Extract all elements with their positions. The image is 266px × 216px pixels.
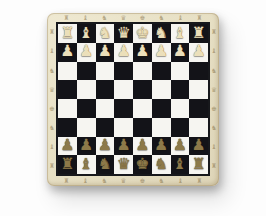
- square-a6[interactable]: [58, 62, 77, 81]
- frame-marks-left: ♜♝♞♛♚♞♝♜: [48, 23, 56, 176]
- white-king: ♚: [135, 156, 149, 172]
- square-b7[interactable]: ♟: [77, 43, 96, 62]
- square-d8[interactable]: ♛: [114, 24, 133, 43]
- frame-mark-icon: ♜: [49, 29, 55, 36]
- frame-mark-icon: ♚: [211, 106, 217, 113]
- square-f7[interactable]: ♟: [152, 43, 171, 62]
- square-f3[interactable]: [152, 118, 171, 137]
- white-pawn: ♟: [154, 138, 168, 154]
- square-b5[interactable]: [77, 80, 96, 99]
- black-knight: ♞: [154, 25, 168, 41]
- frame-marks-bottom: ♜♝♞♛♚♞♝♜: [57, 177, 209, 185]
- square-g1[interactable]: ♝: [171, 155, 190, 174]
- square-g7[interactable]: ♟: [171, 43, 190, 62]
- frame-mark-icon: ♜: [49, 163, 55, 170]
- square-c5[interactable]: [96, 80, 115, 99]
- square-d7[interactable]: ♟: [114, 43, 133, 62]
- frame-mark-icon: ♞: [102, 178, 108, 185]
- black-knight: ♞: [98, 25, 112, 41]
- square-d4[interactable]: [114, 99, 133, 118]
- frame-mark-icon: ♜: [211, 163, 217, 170]
- frame-mark-icon: ♝: [49, 144, 55, 151]
- square-f1[interactable]: ♞: [152, 155, 171, 174]
- square-h3[interactable]: [189, 118, 208, 137]
- black-pawn: ♟: [192, 44, 206, 60]
- square-c3[interactable]: [96, 118, 115, 137]
- square-c1[interactable]: ♞: [96, 155, 115, 174]
- square-c8[interactable]: ♞: [96, 24, 115, 43]
- square-d1[interactable]: ♛: [114, 155, 133, 174]
- frame-mark-icon: ♝: [211, 144, 217, 151]
- square-d3[interactable]: [114, 118, 133, 137]
- square-g8[interactable]: ♝: [171, 24, 190, 43]
- frame-mark-icon: ♜: [64, 178, 70, 185]
- square-d5[interactable]: [114, 80, 133, 99]
- square-e3[interactable]: [133, 118, 152, 137]
- frame-mark-icon: ♝: [83, 178, 89, 185]
- square-b6[interactable]: [77, 62, 96, 81]
- square-b4[interactable]: [77, 99, 96, 118]
- frame-mark-icon: ♚: [49, 106, 55, 113]
- square-f6[interactable]: [152, 62, 171, 81]
- square-g5[interactable]: [171, 80, 190, 99]
- white-bishop: ♝: [173, 156, 187, 172]
- square-c2[interactable]: ♟: [96, 137, 115, 156]
- frame-mark-icon: ♜: [197, 15, 203, 22]
- white-queen: ♛: [117, 156, 131, 172]
- black-rook: ♜: [60, 25, 74, 41]
- black-pawn: ♟: [154, 44, 168, 60]
- square-a4[interactable]: [58, 99, 77, 118]
- frame-mark-icon: ♞: [211, 125, 217, 132]
- black-king: ♚: [135, 25, 149, 41]
- square-h8[interactable]: ♜: [189, 24, 208, 43]
- white-knight: ♞: [154, 156, 168, 172]
- frame-marks-right: ♜♝♞♛♚♞♝♜: [210, 23, 218, 176]
- square-c7[interactable]: ♟: [96, 43, 115, 62]
- frame-mark-icon: ♝: [211, 48, 217, 55]
- square-d6[interactable]: [114, 62, 133, 81]
- white-rook: ♜: [60, 156, 74, 172]
- frame-mark-icon: ♜: [64, 15, 70, 22]
- frame-mark-icon: ♚: [140, 15, 146, 22]
- black-pawn: ♟: [60, 44, 74, 60]
- board-frame: ♜♝♞♛♚♞♝♜ ♜♝♞♛♚♞♝♜ ♜♝♞♛♚♞♝♜ ♜♝♞♛♚♞♝♜ ♜♝♞♛…: [47, 13, 219, 186]
- frame-mark-icon: ♚: [140, 178, 146, 185]
- frame-mark-icon: ♝: [178, 15, 184, 22]
- frame-mark-icon: ♛: [49, 87, 55, 94]
- chess-set-photo: ♜♝♞♛♚♞♝♜ ♜♝♞♛♚♞♝♜ ♜♝♞♛♚♞♝♜ ♜♝♞♛♚♞♝♜ ♜♝♞♛…: [47, 13, 219, 186]
- square-a5[interactable]: [58, 80, 77, 99]
- frame-mark-icon: ♜: [211, 29, 217, 36]
- frame-mark-icon: ♞: [102, 15, 108, 22]
- frame-mark-icon: ♞: [159, 178, 165, 185]
- white-rook: ♜: [192, 156, 206, 172]
- white-pawn: ♟: [98, 138, 112, 154]
- square-h1[interactable]: ♜: [189, 155, 208, 174]
- square-g3[interactable]: [171, 118, 190, 137]
- frame-mark-icon: ♞: [159, 15, 165, 22]
- chessboard: ♜♝♞♛♚♞♝♜♟♟♟♟♟♟♟♟♟♟♟♟♟♟♟♟♜♝♞♛♚♞♝♜: [56, 22, 210, 176]
- square-e6[interactable]: [133, 62, 152, 81]
- square-a3[interactable]: [58, 118, 77, 137]
- square-h7[interactable]: ♟: [189, 43, 208, 62]
- square-c4[interactable]: [96, 99, 115, 118]
- black-pawn: ♟: [117, 44, 131, 60]
- square-e2[interactable]: ♟: [133, 137, 152, 156]
- frame-mark-icon: ♞: [49, 68, 55, 75]
- square-e1[interactable]: ♚: [133, 155, 152, 174]
- white-pawn: ♟: [60, 138, 74, 154]
- frame-mark-icon: ♝: [49, 48, 55, 55]
- white-pawn: ♟: [79, 138, 93, 154]
- frame-marks-top: ♜♝♞♛♚♞♝♜: [57, 14, 209, 22]
- square-a8[interactable]: ♜: [58, 24, 77, 43]
- square-b2[interactable]: ♟: [77, 137, 96, 156]
- frame-mark-icon: ♞: [49, 125, 55, 132]
- frame-mark-icon: ♞: [211, 68, 217, 75]
- square-f5[interactable]: [152, 80, 171, 99]
- square-d2[interactable]: ♟: [114, 137, 133, 156]
- square-h4[interactable]: [189, 99, 208, 118]
- square-h6[interactable]: [189, 62, 208, 81]
- square-c6[interactable]: [96, 62, 115, 81]
- black-pawn: ♟: [173, 44, 187, 60]
- square-h2[interactable]: ♟: [189, 137, 208, 156]
- black-bishop: ♝: [79, 25, 93, 41]
- square-e7[interactable]: ♟: [133, 43, 152, 62]
- frame-mark-icon: ♛: [211, 87, 217, 94]
- square-a7[interactable]: ♟: [58, 43, 77, 62]
- black-bishop: ♝: [173, 25, 187, 41]
- square-b8[interactable]: ♝: [77, 24, 96, 43]
- square-g4[interactable]: [171, 99, 190, 118]
- square-f2[interactable]: ♟: [152, 137, 171, 156]
- white-pawn: ♟: [117, 138, 131, 154]
- square-f8[interactable]: ♞: [152, 24, 171, 43]
- square-e4[interactable]: [133, 99, 152, 118]
- square-a1[interactable]: ♜: [58, 155, 77, 174]
- frame-mark-icon: ♜: [197, 178, 203, 185]
- square-h5[interactable]: [189, 80, 208, 99]
- square-g2[interactable]: ♟: [171, 137, 190, 156]
- square-g6[interactable]: [171, 62, 190, 81]
- white-bishop: ♝: [79, 156, 93, 172]
- square-e8[interactable]: ♚: [133, 24, 152, 43]
- square-b1[interactable]: ♝: [77, 155, 96, 174]
- white-knight: ♞: [98, 156, 112, 172]
- square-a2[interactable]: ♟: [58, 137, 77, 156]
- frame-mark-icon: ♛: [121, 15, 127, 22]
- square-f4[interactable]: [152, 99, 171, 118]
- white-pawn: ♟: [192, 138, 206, 154]
- black-pawn: ♟: [135, 44, 149, 60]
- frame-mark-icon: ♛: [121, 178, 127, 185]
- white-pawn: ♟: [173, 138, 187, 154]
- black-pawn: ♟: [98, 44, 112, 60]
- frame-mark-icon: ♝: [178, 178, 184, 185]
- square-b3[interactable]: [77, 118, 96, 137]
- white-pawn: ♟: [135, 138, 149, 154]
- square-e5[interactable]: [133, 80, 152, 99]
- black-queen: ♛: [117, 25, 131, 41]
- black-pawn: ♟: [79, 44, 93, 60]
- black-rook: ♜: [192, 25, 206, 41]
- frame-mark-icon: ♝: [83, 15, 89, 22]
